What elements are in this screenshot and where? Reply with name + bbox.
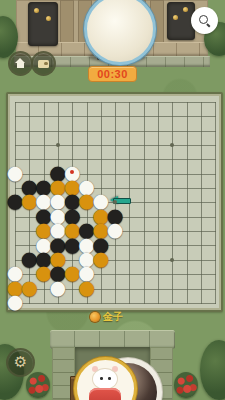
gold-label-text: 金子 (103, 312, 123, 322)
move-hint-arrow (106, 196, 130, 205)
cat-head-icon (93, 369, 117, 389)
camera-button[interactable] (31, 51, 56, 76)
stone-black: ● (22, 250, 37, 265)
stone-gold: ● (93, 207, 108, 222)
pillar (60, 0, 74, 44)
stone-black: ● (36, 179, 51, 194)
cat-eye (108, 377, 111, 380)
stone-black: ● (93, 236, 108, 251)
gear-icon: ⚙ (14, 355, 27, 370)
gold-coin-icon (90, 312, 100, 322)
stone-gold: ● (79, 193, 94, 208)
home-icon (15, 59, 26, 68)
stone-white: ● (8, 265, 23, 280)
stone-black: ● (8, 193, 23, 208)
stone-gold: ● (8, 279, 23, 294)
gomoku-board[interactable]: ●●●●●●●●●●●●●●●●●●●●●●●●●●●●●●●●●●●●●●●●… (6, 92, 223, 312)
stone-gold: ● (65, 222, 80, 237)
stone-black: ● (65, 207, 80, 222)
stone-white: ● (79, 179, 94, 194)
stone-white: ● (50, 207, 65, 222)
flower-bush (174, 372, 198, 398)
stone-black: ● (108, 207, 123, 222)
stone-black: ● (50, 265, 65, 280)
stone-gold: ● (79, 279, 94, 294)
search-button[interactable] (191, 7, 218, 34)
flower-bush (26, 372, 50, 398)
stone-white: ● (36, 193, 51, 208)
stone-black: ● (36, 207, 51, 222)
stone-white: ● (79, 250, 94, 265)
stone-gold: ● (22, 193, 37, 208)
board-grid[interactable]: ●●●●●●●●●●●●●●●●●●●●●●●●●●●●●●●●●●●●●●●●… (15, 102, 216, 304)
stone-gold: ● (93, 222, 108, 237)
timer-value: 00:30 (97, 69, 128, 80)
stone-white: ● (50, 279, 65, 294)
settings-button[interactable]: ⚙ (6, 348, 35, 377)
stone-black: ● (79, 222, 94, 237)
stone-gold: ● (36, 222, 51, 237)
stone-white: ● (50, 193, 65, 208)
stone-black: ● (22, 179, 37, 194)
left-statue (28, 2, 58, 46)
stone-white: ● (79, 236, 94, 251)
star-point (56, 143, 60, 147)
stone-white: ● (79, 265, 94, 280)
stone-gold: ● (22, 279, 37, 294)
home-button[interactable] (8, 51, 33, 76)
stone-gold: ● (36, 265, 51, 280)
move-timer: 00:30 (88, 66, 137, 82)
stone-white: ● (108, 222, 123, 237)
stone-gold: ● (65, 179, 80, 194)
stone-black: ● (65, 193, 80, 208)
stone-black: ● (65, 236, 80, 251)
stone-gold: ● (65, 265, 80, 280)
stone-white: ● (8, 293, 23, 308)
stone-gold: ● (93, 250, 108, 265)
magnifier-icon (198, 14, 211, 27)
cat-body (89, 388, 121, 400)
star-point (170, 258, 174, 262)
last-move-marker (70, 170, 74, 174)
stone-black: ● (36, 250, 51, 265)
stone-white: ● (36, 236, 51, 251)
star-point (113, 200, 117, 204)
camera-icon (38, 60, 49, 68)
stone-black: ● (50, 164, 65, 179)
stone-black: ● (50, 236, 65, 251)
gold-counter: 金子 (90, 311, 123, 323)
star-point (56, 258, 60, 262)
star-point (170, 143, 174, 147)
stone-white: ● (50, 222, 65, 237)
cat-eye (100, 377, 103, 380)
stone-white: ● (8, 164, 23, 179)
stone-gold: ● (50, 179, 65, 194)
